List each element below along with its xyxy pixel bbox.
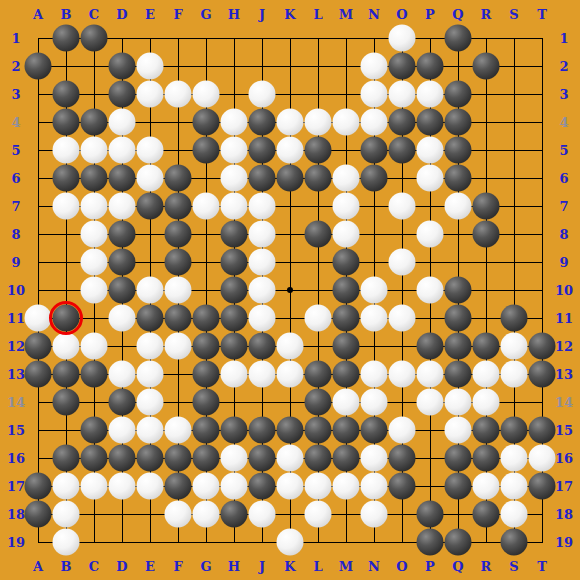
stone-white[interactable] <box>361 53 388 80</box>
stone-black[interactable] <box>165 473 192 500</box>
row-label: 13 <box>555 368 573 381</box>
stone-black[interactable] <box>81 25 108 52</box>
stone-white[interactable] <box>417 277 444 304</box>
stone-black[interactable] <box>249 473 276 500</box>
column-label: K <box>284 560 295 573</box>
stone-black[interactable] <box>53 109 80 136</box>
stone-black[interactable] <box>249 333 276 360</box>
row-label: 16 <box>7 452 25 465</box>
stone-white[interactable] <box>193 473 220 500</box>
column-label: Q <box>452 560 463 573</box>
row-label: 17 <box>7 480 25 493</box>
row-label: 1 <box>559 32 568 45</box>
stone-black[interactable] <box>53 305 80 332</box>
stone-black[interactable] <box>417 53 444 80</box>
stone-white[interactable] <box>109 137 136 164</box>
stone-black[interactable] <box>165 193 192 220</box>
stone-black[interactable] <box>25 53 52 80</box>
stone-white[interactable] <box>361 81 388 108</box>
stone-black[interactable] <box>221 277 248 304</box>
row-label: 17 <box>555 480 573 493</box>
column-label: F <box>173 8 182 21</box>
star-point <box>287 287 293 293</box>
stone-black[interactable] <box>361 137 388 164</box>
stone-white[interactable] <box>165 417 192 444</box>
stone-white[interactable] <box>109 305 136 332</box>
stone-white[interactable] <box>277 109 304 136</box>
stone-white[interactable] <box>165 277 192 304</box>
stone-white[interactable] <box>389 25 416 52</box>
stone-white[interactable] <box>137 473 164 500</box>
stone-black[interactable] <box>109 165 136 192</box>
stone-black[interactable] <box>165 305 192 332</box>
stone-white[interactable] <box>389 249 416 276</box>
row-label: 11 <box>7 312 25 325</box>
stone-black[interactable] <box>305 137 332 164</box>
stone-white[interactable] <box>165 501 192 528</box>
column-label: G <box>200 8 211 21</box>
stone-black[interactable] <box>81 417 108 444</box>
column-label: J <box>259 560 265 573</box>
stone-white[interactable] <box>305 501 332 528</box>
stone-black[interactable] <box>361 165 388 192</box>
stone-black[interactable] <box>81 445 108 472</box>
stone-black[interactable] <box>193 137 220 164</box>
stone-white[interactable] <box>25 305 52 332</box>
stone-black[interactable] <box>277 417 304 444</box>
stone-white[interactable] <box>473 389 500 416</box>
stone-black[interactable] <box>305 445 332 472</box>
stone-black[interactable] <box>53 25 80 52</box>
row-label: 9 <box>559 256 568 269</box>
stone-white[interactable] <box>361 389 388 416</box>
stone-white[interactable] <box>249 221 276 248</box>
stone-black[interactable] <box>417 109 444 136</box>
stone-white[interactable] <box>53 501 80 528</box>
stone-white[interactable] <box>333 109 360 136</box>
stone-white[interactable] <box>277 445 304 472</box>
stone-black[interactable] <box>165 249 192 276</box>
column-label: P <box>425 560 435 573</box>
stone-white[interactable] <box>361 109 388 136</box>
stone-black[interactable] <box>445 529 472 556</box>
stone-white[interactable] <box>221 137 248 164</box>
row-label: 11 <box>555 312 573 325</box>
row-label: 12 <box>555 340 573 353</box>
stone-white[interactable] <box>501 333 528 360</box>
stone-white[interactable] <box>137 361 164 388</box>
column-label: S <box>509 8 518 21</box>
column-label: N <box>368 560 380 573</box>
stone-white[interactable] <box>53 333 80 360</box>
stone-black[interactable] <box>81 361 108 388</box>
row-label: 12 <box>7 340 25 353</box>
row-label: 19 <box>555 536 573 549</box>
stone-black[interactable] <box>473 53 500 80</box>
stone-white[interactable] <box>305 305 332 332</box>
row-label: 2 <box>559 60 568 73</box>
column-label: T <box>537 560 547 573</box>
column-label: D <box>116 560 127 573</box>
stone-black[interactable] <box>305 361 332 388</box>
stone-black[interactable] <box>333 249 360 276</box>
row-label: 2 <box>11 60 20 73</box>
stone-white[interactable] <box>249 277 276 304</box>
stone-black[interactable] <box>473 501 500 528</box>
stone-white[interactable] <box>389 417 416 444</box>
stone-black[interactable] <box>193 445 220 472</box>
stone-black[interactable] <box>25 361 52 388</box>
stone-white[interactable] <box>361 501 388 528</box>
row-label: 4 <box>11 116 20 129</box>
row-label: 8 <box>11 228 20 241</box>
stone-black[interactable] <box>305 165 332 192</box>
stone-white[interactable] <box>333 389 360 416</box>
row-label: 10 <box>555 284 573 297</box>
stone-black[interactable] <box>473 221 500 248</box>
stone-black[interactable] <box>445 333 472 360</box>
row-label: 13 <box>7 368 25 381</box>
row-label: 1 <box>11 32 20 45</box>
column-label: H <box>228 560 240 573</box>
stone-black[interactable] <box>53 81 80 108</box>
stone-white[interactable] <box>81 333 108 360</box>
stone-black[interactable] <box>389 137 416 164</box>
stone-black[interactable] <box>25 473 52 500</box>
row-label: 6 <box>11 172 20 185</box>
stone-black[interactable] <box>221 333 248 360</box>
stone-white[interactable] <box>53 193 80 220</box>
stone-black[interactable] <box>221 417 248 444</box>
stone-white[interactable] <box>137 417 164 444</box>
stone-black[interactable] <box>529 417 556 444</box>
stone-white[interactable] <box>361 361 388 388</box>
stone-white[interactable] <box>193 501 220 528</box>
stone-white[interactable] <box>137 333 164 360</box>
stone-black[interactable] <box>137 445 164 472</box>
stone-black[interactable] <box>473 193 500 220</box>
stone-black[interactable] <box>529 333 556 360</box>
stone-black[interactable] <box>221 501 248 528</box>
stone-black[interactable] <box>249 109 276 136</box>
row-label: 8 <box>559 228 568 241</box>
stone-black[interactable] <box>193 361 220 388</box>
stone-white[interactable] <box>221 165 248 192</box>
row-label: 3 <box>559 88 568 101</box>
stone-black[interactable] <box>305 221 332 248</box>
stone-white[interactable] <box>81 137 108 164</box>
stone-black[interactable] <box>529 361 556 388</box>
stone-black[interactable] <box>53 445 80 472</box>
stone-white[interactable] <box>137 53 164 80</box>
stone-white[interactable] <box>137 277 164 304</box>
stone-black[interactable] <box>109 221 136 248</box>
stone-white[interactable] <box>361 277 388 304</box>
stone-white[interactable] <box>417 221 444 248</box>
column-label: O <box>396 8 407 21</box>
stone-black[interactable] <box>193 417 220 444</box>
column-label: R <box>481 8 492 21</box>
stone-white[interactable] <box>249 193 276 220</box>
stone-white[interactable] <box>473 361 500 388</box>
stone-white[interactable] <box>109 109 136 136</box>
stone-black[interactable] <box>25 501 52 528</box>
stone-white[interactable] <box>473 473 500 500</box>
stone-white[interactable] <box>109 193 136 220</box>
stone-black[interactable] <box>165 165 192 192</box>
column-label: D <box>116 8 127 21</box>
stone-white[interactable] <box>501 501 528 528</box>
row-label: 18 <box>7 508 25 521</box>
stone-white[interactable] <box>249 81 276 108</box>
stone-black[interactable] <box>193 305 220 332</box>
stone-white[interactable] <box>361 445 388 472</box>
stone-white[interactable] <box>81 277 108 304</box>
stone-white[interactable] <box>277 137 304 164</box>
stone-white[interactable] <box>221 193 248 220</box>
stone-white[interactable] <box>221 445 248 472</box>
stone-black[interactable] <box>445 361 472 388</box>
stone-white[interactable] <box>305 473 332 500</box>
row-label: 15 <box>555 424 573 437</box>
stone-black[interactable] <box>221 249 248 276</box>
stone-black[interactable] <box>249 417 276 444</box>
stone-black[interactable] <box>53 361 80 388</box>
row-label: 4 <box>559 116 568 129</box>
stone-black[interactable] <box>137 305 164 332</box>
stone-black[interactable] <box>529 473 556 500</box>
stone-black[interactable] <box>81 109 108 136</box>
stone-white[interactable] <box>137 137 164 164</box>
stone-black[interactable] <box>109 53 136 80</box>
column-label: Q <box>452 8 463 21</box>
stone-white[interactable] <box>277 529 304 556</box>
stone-white[interactable] <box>81 193 108 220</box>
row-label: 6 <box>559 172 568 185</box>
stone-white[interactable] <box>165 333 192 360</box>
column-label: C <box>89 8 99 21</box>
column-label: B <box>61 8 72 21</box>
stone-black[interactable] <box>445 277 472 304</box>
stone-black[interactable] <box>361 417 388 444</box>
stone-white[interactable] <box>137 81 164 108</box>
stone-white[interactable] <box>109 473 136 500</box>
stone-white[interactable] <box>417 389 444 416</box>
stone-black[interactable] <box>165 221 192 248</box>
stone-black[interactable] <box>109 445 136 472</box>
stone-white[interactable] <box>193 193 220 220</box>
column-label: B <box>61 560 72 573</box>
column-label: K <box>284 8 295 21</box>
stone-black[interactable] <box>193 389 220 416</box>
stone-black[interactable] <box>333 305 360 332</box>
stone-white[interactable] <box>305 109 332 136</box>
stone-white[interactable] <box>109 361 136 388</box>
stone-white[interactable] <box>389 305 416 332</box>
row-label: 15 <box>7 424 25 437</box>
stone-black[interactable] <box>109 277 136 304</box>
stone-black[interactable] <box>417 333 444 360</box>
stone-black[interactable] <box>249 445 276 472</box>
stone-white[interactable] <box>81 221 108 248</box>
stone-black[interactable] <box>333 361 360 388</box>
stone-black[interactable] <box>389 109 416 136</box>
stone-white[interactable] <box>445 193 472 220</box>
stone-white[interactable] <box>277 361 304 388</box>
stone-black[interactable] <box>53 389 80 416</box>
stone-white[interactable] <box>249 361 276 388</box>
stone-white[interactable] <box>53 529 80 556</box>
stone-black[interactable] <box>333 417 360 444</box>
column-label: G <box>200 560 211 573</box>
stone-white[interactable] <box>137 165 164 192</box>
stone-white[interactable] <box>529 445 556 472</box>
stone-black[interactable] <box>417 529 444 556</box>
stone-white[interactable] <box>389 361 416 388</box>
stone-black[interactable] <box>445 25 472 52</box>
row-label: 10 <box>7 284 25 297</box>
column-label: H <box>228 8 240 21</box>
stone-black[interactable] <box>445 109 472 136</box>
stone-white[interactable] <box>221 473 248 500</box>
stone-white[interactable] <box>501 361 528 388</box>
stone-white[interactable] <box>53 473 80 500</box>
stone-white[interactable] <box>389 193 416 220</box>
stone-black[interactable] <box>193 333 220 360</box>
go-board[interactable]: AABBCCDDEEFFGGHHJJKKLLMMNNOOPPQQRRSSTT11… <box>0 0 580 580</box>
column-label: E <box>145 8 155 21</box>
stone-black[interactable] <box>81 165 108 192</box>
stone-black[interactable] <box>249 137 276 164</box>
row-label: 5 <box>11 144 20 157</box>
stone-white[interactable] <box>221 361 248 388</box>
stone-black[interactable] <box>109 389 136 416</box>
stone-white[interactable] <box>417 165 444 192</box>
grid-line-horizontal <box>38 514 543 515</box>
stone-white[interactable] <box>333 473 360 500</box>
column-label: O <box>396 560 407 573</box>
row-label: 14 <box>7 396 25 409</box>
stone-black[interactable] <box>501 417 528 444</box>
column-label: N <box>368 8 380 21</box>
stone-white[interactable] <box>417 81 444 108</box>
column-label: A <box>33 8 43 21</box>
stone-black[interactable] <box>417 501 444 528</box>
column-label: L <box>313 8 322 21</box>
stone-white[interactable] <box>193 81 220 108</box>
stone-black[interactable] <box>109 249 136 276</box>
stone-black[interactable] <box>501 305 528 332</box>
column-label: A <box>33 560 43 573</box>
column-label: E <box>145 560 155 573</box>
stone-white[interactable] <box>249 249 276 276</box>
stone-black[interactable] <box>445 81 472 108</box>
stone-white[interactable] <box>445 389 472 416</box>
stone-white[interactable] <box>445 417 472 444</box>
stone-black[interactable] <box>473 445 500 472</box>
stone-white[interactable] <box>333 165 360 192</box>
stone-white[interactable] <box>81 249 108 276</box>
row-label: 7 <box>11 200 20 213</box>
stone-white[interactable] <box>137 389 164 416</box>
stone-black[interactable] <box>221 305 248 332</box>
stone-black[interactable] <box>445 165 472 192</box>
stone-white[interactable] <box>81 473 108 500</box>
stone-white[interactable] <box>501 445 528 472</box>
column-label: M <box>339 8 353 21</box>
stone-white[interactable] <box>361 473 388 500</box>
stone-black[interactable] <box>249 165 276 192</box>
stone-white[interactable] <box>417 361 444 388</box>
row-label: 16 <box>555 452 573 465</box>
stone-black[interactable] <box>305 417 332 444</box>
stone-black[interactable] <box>221 221 248 248</box>
stone-white[interactable] <box>109 417 136 444</box>
stone-white[interactable] <box>333 193 360 220</box>
stone-white[interactable] <box>249 305 276 332</box>
stone-white[interactable] <box>53 137 80 164</box>
stone-black[interactable] <box>445 137 472 164</box>
stone-black[interactable] <box>389 473 416 500</box>
stone-white[interactable] <box>221 109 248 136</box>
row-label: 5 <box>559 144 568 157</box>
stone-black[interactable] <box>333 277 360 304</box>
row-label: 3 <box>11 88 20 101</box>
stone-black[interactable] <box>445 473 472 500</box>
stone-white[interactable] <box>389 81 416 108</box>
row-label: 18 <box>555 508 573 521</box>
stone-white[interactable] <box>417 137 444 164</box>
row-label: 7 <box>559 200 568 213</box>
stone-black[interactable] <box>193 109 220 136</box>
stone-white[interactable] <box>165 81 192 108</box>
row-label: 14 <box>555 396 573 409</box>
stone-black[interactable] <box>305 389 332 416</box>
stone-black[interactable] <box>165 445 192 472</box>
stone-black[interactable] <box>137 193 164 220</box>
column-label: P <box>425 8 435 21</box>
stone-white[interactable] <box>277 333 304 360</box>
row-label: 19 <box>7 536 25 549</box>
stone-black[interactable] <box>109 81 136 108</box>
stone-white[interactable] <box>361 305 388 332</box>
column-label: R <box>481 560 492 573</box>
stone-black[interactable] <box>445 305 472 332</box>
stone-black[interactable] <box>333 333 360 360</box>
stone-black[interactable] <box>277 165 304 192</box>
column-label: F <box>173 560 182 573</box>
stone-black[interactable] <box>389 53 416 80</box>
row-label: 9 <box>11 256 20 269</box>
stone-black[interactable] <box>389 445 416 472</box>
stone-black[interactable] <box>473 333 500 360</box>
stone-black[interactable] <box>25 333 52 360</box>
column-label: C <box>89 560 99 573</box>
stone-white[interactable] <box>277 473 304 500</box>
stone-black[interactable] <box>53 165 80 192</box>
stone-white[interactable] <box>501 473 528 500</box>
stone-black[interactable] <box>333 445 360 472</box>
stone-white[interactable] <box>249 501 276 528</box>
stone-black[interactable] <box>473 417 500 444</box>
stone-black[interactable] <box>501 529 528 556</box>
column-label: M <box>339 560 353 573</box>
stone-black[interactable] <box>445 445 472 472</box>
column-label: J <box>259 8 265 21</box>
column-label: L <box>313 560 322 573</box>
stone-white[interactable] <box>333 221 360 248</box>
column-label: S <box>509 560 518 573</box>
